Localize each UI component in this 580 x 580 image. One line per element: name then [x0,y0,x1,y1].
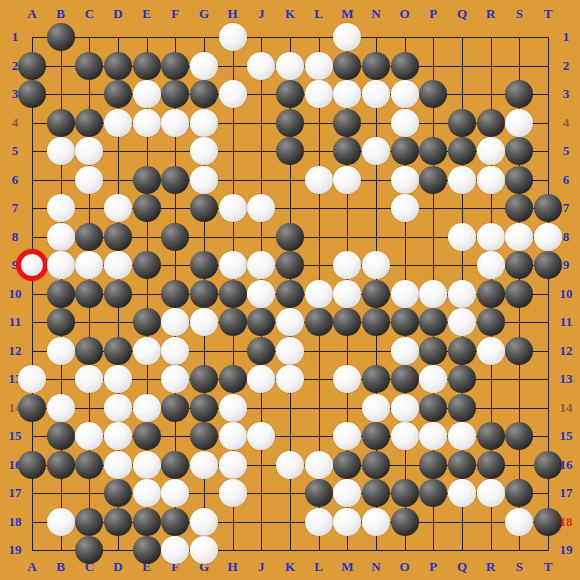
stone-white-K13[interactable] [276,365,304,393]
stone-black-N15[interactable] [362,422,390,450]
row-label-left-18: 18 [3,515,27,529]
stone-white-M6[interactable] [333,166,361,194]
stone-white-S18[interactable] [505,508,533,536]
stone-white-O15[interactable] [391,422,419,450]
col-label-top-C: C [77,7,101,21]
stone-black-O11[interactable] [391,308,419,336]
stone-white-G16[interactable] [190,451,218,479]
stone-black-B1[interactable] [47,23,75,51]
stone-white-D16[interactable] [104,451,132,479]
col-label-bottom-B: B [49,560,73,574]
stone-white-L10[interactable] [305,280,333,308]
stone-black-E15[interactable] [133,422,161,450]
stone-white-C9[interactable] [75,251,103,279]
stone-white-H9[interactable] [219,251,247,279]
stone-black-P11[interactable] [419,308,447,336]
stone-white-R5[interactable] [477,137,505,165]
stone-white-A9[interactable] [16,249,48,281]
stone-black-K10[interactable] [276,280,304,308]
stone-black-C8[interactable] [75,223,103,251]
stone-white-J13[interactable] [247,365,275,393]
stone-black-Q5[interactable] [448,137,476,165]
stone-black-F14[interactable] [161,394,189,422]
col-label-bottom-O: O [393,560,417,574]
stone-black-O5[interactable] [391,137,419,165]
stone-black-G9[interactable] [190,251,218,279]
col-label-top-K: K [278,7,302,21]
stone-black-Q4[interactable] [448,109,476,137]
stone-white-R6[interactable] [477,166,505,194]
stone-black-T16[interactable] [534,451,562,479]
row-label-right-11: 11 [554,315,578,329]
stone-white-H15[interactable] [219,422,247,450]
stone-white-S8[interactable] [505,223,533,251]
stone-black-G15[interactable] [190,422,218,450]
col-label-top-S: S [507,7,531,21]
stone-black-L11[interactable] [305,308,333,336]
stone-black-E6[interactable] [133,166,161,194]
stone-white-H16[interactable] [219,451,247,479]
stone-white-F13[interactable] [161,365,189,393]
stone-white-B7[interactable] [47,194,75,222]
row-label-right-10: 10 [554,287,578,301]
stone-black-N13[interactable] [362,365,390,393]
stone-black-M11[interactable] [333,308,361,336]
col-label-bottom-N: N [364,560,388,574]
row-label-left-11: 11 [3,315,27,329]
col-label-top-L: L [307,7,331,21]
stone-black-H13[interactable] [219,365,247,393]
stone-black-K5[interactable] [276,137,304,165]
col-label-top-N: N [364,7,388,21]
stone-white-G2[interactable] [190,52,218,80]
stone-black-R10[interactable] [477,280,505,308]
row-label-right-5: 5 [554,144,578,158]
col-label-bottom-T: T [536,560,560,574]
row-label-right-6: 6 [554,173,578,187]
stone-white-N14[interactable] [362,394,390,422]
stone-white-R9[interactable] [477,251,505,279]
stone-black-S17[interactable] [505,479,533,507]
stone-black-P16[interactable] [419,451,447,479]
stone-white-G6[interactable] [190,166,218,194]
stone-black-A16[interactable] [18,451,46,479]
row-label-right-1: 1 [554,30,578,44]
stone-white-E17[interactable] [133,479,161,507]
stone-white-J10[interactable] [247,280,275,308]
stone-white-O14[interactable] [391,394,419,422]
grid-line-h [32,550,549,551]
row-label-right-17: 17 [554,486,578,500]
stone-white-O10[interactable] [391,280,419,308]
row-label-left-17: 17 [3,486,27,500]
stone-white-M17[interactable] [333,479,361,507]
stone-white-G11[interactable] [190,308,218,336]
stone-black-C4[interactable] [75,109,103,137]
stone-black-D8[interactable] [104,223,132,251]
stone-white-Q6[interactable] [448,166,476,194]
stone-white-F11[interactable] [161,308,189,336]
row-label-left-15: 15 [3,429,27,443]
stone-black-O17[interactable] [391,479,419,507]
stone-white-M18[interactable] [333,508,361,536]
stone-black-F10[interactable] [161,280,189,308]
stone-black-O13[interactable] [391,365,419,393]
stone-white-K2[interactable] [276,52,304,80]
stone-white-H7[interactable] [219,194,247,222]
stone-white-S4[interactable] [505,109,533,137]
stone-black-M5[interactable] [333,137,361,165]
stone-white-L2[interactable] [305,52,333,80]
stone-white-J2[interactable] [247,52,275,80]
row-label-left-10: 10 [3,287,27,301]
stone-black-F8[interactable] [161,223,189,251]
col-label-bottom-D: D [106,560,130,574]
stone-white-F17[interactable] [161,479,189,507]
stone-black-D10[interactable] [104,280,132,308]
stone-white-M9[interactable] [333,251,361,279]
stone-black-F18[interactable] [161,508,189,536]
stone-white-J15[interactable] [247,422,275,450]
col-label-top-O: O [393,7,417,21]
stone-black-C10[interactable] [75,280,103,308]
stone-black-K9[interactable] [276,251,304,279]
stone-white-B18[interactable] [47,508,75,536]
stone-black-Q12[interactable] [448,337,476,365]
row-label-left-4: 4 [3,116,27,130]
row-label-left-19: 19 [3,543,27,557]
stone-black-H11[interactable] [219,308,247,336]
stone-black-B15[interactable] [47,422,75,450]
stone-white-B8[interactable] [47,223,75,251]
stone-white-R8[interactable] [477,223,505,251]
stone-white-N5[interactable] [362,137,390,165]
stone-black-F6[interactable] [161,166,189,194]
col-label-top-E: E [135,7,159,21]
col-label-bottom-Q: Q [450,560,474,574]
stone-black-S6[interactable] [505,166,533,194]
stone-white-E4[interactable] [133,109,161,137]
col-label-bottom-J: J [249,560,273,574]
col-label-top-J: J [249,7,273,21]
stone-white-B9[interactable] [47,251,75,279]
row-label-right-19: 19 [554,543,578,557]
stone-black-C16[interactable] [75,451,103,479]
stone-white-L6[interactable] [305,166,333,194]
stone-black-K4[interactable] [276,109,304,137]
stone-white-Q15[interactable] [448,422,476,450]
stone-white-O12[interactable] [391,337,419,365]
stone-white-E3[interactable] [133,80,161,108]
stone-black-B11[interactable] [47,308,75,336]
col-label-top-R: R [479,7,503,21]
stone-black-B10[interactable] [47,280,75,308]
stone-white-D13[interactable] [104,365,132,393]
col-label-bottom-R: R [479,560,503,574]
stone-black-S9[interactable] [505,251,533,279]
stone-black-L17[interactable] [305,479,333,507]
stone-black-R16[interactable] [477,451,505,479]
stone-black-M2[interactable] [333,52,361,80]
stone-black-T18[interactable] [534,508,562,536]
stone-black-C12[interactable] [75,337,103,365]
stone-black-S3[interactable] [505,80,533,108]
stone-white-E14[interactable] [133,394,161,422]
row-label-right-14: 14 [554,401,578,415]
stone-white-E16[interactable] [133,451,161,479]
stone-black-G7[interactable] [190,194,218,222]
stone-black-M16[interactable] [333,451,361,479]
stone-black-T9[interactable] [534,251,562,279]
stone-black-E18[interactable] [133,508,161,536]
stone-black-P6[interactable] [419,166,447,194]
stone-black-N16[interactable] [362,451,390,479]
col-label-bottom-H: H [221,560,245,574]
col-label-bottom-L: L [307,560,331,574]
stone-white-Q8[interactable] [448,223,476,251]
row-label-left-12: 12 [3,344,27,358]
stone-black-D12[interactable] [104,337,132,365]
stone-white-C15[interactable] [75,422,103,450]
stone-white-B5[interactable] [47,137,75,165]
stone-black-N11[interactable] [362,308,390,336]
stone-white-J9[interactable] [247,251,275,279]
stone-white-P15[interactable] [419,422,447,450]
go-board-screenshot: ABCDEFGHJKLMNOPQRST ABCDEFGHJKLMNOPQRST … [0,0,580,580]
stone-black-S15[interactable] [505,422,533,450]
stone-white-F4[interactable] [161,109,189,137]
stone-black-G13[interactable] [190,365,218,393]
stone-black-F16[interactable] [161,451,189,479]
stone-black-R4[interactable] [477,109,505,137]
col-label-bottom-M: M [335,560,359,574]
stone-black-K8[interactable] [276,223,304,251]
stone-white-Q17[interactable] [448,479,476,507]
stone-white-O7[interactable] [391,194,419,222]
stone-white-M10[interactable] [333,280,361,308]
stone-black-D3[interactable] [104,80,132,108]
row-label-left-7: 7 [3,201,27,215]
col-label-top-F: F [163,7,187,21]
stone-black-A14[interactable] [18,394,46,422]
stone-white-H17[interactable] [219,479,247,507]
stone-white-D9[interactable] [104,251,132,279]
stone-white-K16[interactable] [276,451,304,479]
stone-black-R15[interactable] [477,422,505,450]
col-label-top-A: A [20,7,44,21]
stone-black-G10[interactable] [190,280,218,308]
stone-black-J12[interactable] [247,337,275,365]
col-label-top-M: M [335,7,359,21]
stone-white-C5[interactable] [75,137,103,165]
stone-black-P14[interactable] [419,394,447,422]
stone-white-N9[interactable] [362,251,390,279]
stone-white-M15[interactable] [333,422,361,450]
stone-white-N18[interactable] [362,508,390,536]
stone-black-E7[interactable] [133,194,161,222]
stone-white-L3[interactable] [305,80,333,108]
col-label-top-Q: Q [450,7,474,21]
row-label-right-3: 3 [554,87,578,101]
stone-white-L16[interactable] [305,451,333,479]
stone-white-B12[interactable] [47,337,75,365]
stone-white-M13[interactable] [333,365,361,393]
stone-white-O6[interactable] [391,166,419,194]
row-label-right-13: 13 [554,372,578,386]
stone-black-P17[interactable] [419,479,447,507]
stone-white-P10[interactable] [419,280,447,308]
stone-black-O18[interactable] [391,508,419,536]
stone-black-O2[interactable] [391,52,419,80]
stone-white-K11[interactable] [276,308,304,336]
stone-white-K12[interactable] [276,337,304,365]
stone-black-F2[interactable] [161,52,189,80]
stone-black-M4[interactable] [333,109,361,137]
stone-white-M1[interactable] [333,23,361,51]
stone-white-H3[interactable] [219,80,247,108]
row-label-left-5: 5 [3,144,27,158]
stone-black-C2[interactable] [75,52,103,80]
stone-black-Q14[interactable] [448,394,476,422]
row-label-left-1: 1 [3,30,27,44]
stone-white-N3[interactable] [362,80,390,108]
row-label-left-8: 8 [3,230,27,244]
stone-black-K3[interactable] [276,80,304,108]
col-label-bottom-P: P [421,560,445,574]
stone-white-G19[interactable] [190,536,218,564]
stone-white-G5[interactable] [190,137,218,165]
stone-black-E19[interactable] [133,536,161,564]
stone-white-M3[interactable] [333,80,361,108]
stone-white-T8[interactable] [534,223,562,251]
stone-white-O4[interactable] [391,109,419,137]
stone-black-S5[interactable] [505,137,533,165]
row-label-left-6: 6 [3,173,27,187]
stone-black-S12[interactable] [505,337,533,365]
stone-black-S7[interactable] [505,194,533,222]
stone-black-G3[interactable] [190,80,218,108]
stone-black-D18[interactable] [104,508,132,536]
stone-white-H14[interactable] [219,394,247,422]
stone-white-G18[interactable] [190,508,218,536]
row-label-right-12: 12 [554,344,578,358]
stone-black-D2[interactable] [104,52,132,80]
stone-black-G14[interactable] [190,394,218,422]
row-label-right-4: 4 [554,116,578,130]
stone-black-E9[interactable] [133,251,161,279]
stone-white-R17[interactable] [477,479,505,507]
stone-black-H10[interactable] [219,280,247,308]
stone-white-E12[interactable] [133,337,161,365]
stone-black-C18[interactable] [75,508,103,536]
stone-white-Q11[interactable] [448,308,476,336]
stone-black-P12[interactable] [419,337,447,365]
stone-white-C6[interactable] [75,166,103,194]
stone-black-P3[interactable] [419,80,447,108]
stone-white-F12[interactable] [161,337,189,365]
stone-black-N17[interactable] [362,479,390,507]
col-label-top-P: P [421,7,445,21]
stone-black-N10[interactable] [362,280,390,308]
stone-white-H1[interactable] [219,23,247,51]
stone-black-A3[interactable] [18,80,46,108]
col-label-bottom-K: K [278,560,302,574]
stone-black-D17[interactable] [104,479,132,507]
stone-black-S10[interactable] [505,280,533,308]
stone-black-Q13[interactable] [448,365,476,393]
stone-white-G4[interactable] [190,109,218,137]
row-label-right-15: 15 [554,429,578,443]
stone-white-R12[interactable] [477,337,505,365]
col-label-top-T: T [536,7,560,21]
stone-black-P5[interactable] [419,137,447,165]
stone-white-A13[interactable] [18,365,46,393]
col-label-top-B: B [49,7,73,21]
col-label-top-D: D [106,7,130,21]
stone-white-D4[interactable] [104,109,132,137]
stone-white-B14[interactable] [47,394,75,422]
col-label-top-G: G [192,7,216,21]
stone-black-J11[interactable] [247,308,275,336]
stone-black-B16[interactable] [47,451,75,479]
stone-black-T7[interactable] [534,194,562,222]
stone-white-O3[interactable] [391,80,419,108]
stone-black-R11[interactable] [477,308,505,336]
stone-white-D7[interactable] [104,194,132,222]
stone-white-D14[interactable] [104,394,132,422]
col-label-top-H: H [221,7,245,21]
row-label-right-2: 2 [554,59,578,73]
stone-white-Q10[interactable] [448,280,476,308]
stone-black-Q16[interactable] [448,451,476,479]
stone-white-P13[interactable] [419,365,447,393]
stone-white-D15[interactable] [104,422,132,450]
col-label-bottom-A: A [20,560,44,574]
stone-black-E11[interactable] [133,308,161,336]
col-label-bottom-S: S [507,560,531,574]
stone-white-C13[interactable] [75,365,103,393]
stone-white-J7[interactable] [247,194,275,222]
stone-black-E2[interactable] [133,52,161,80]
stone-black-F3[interactable] [161,80,189,108]
stone-white-L18[interactable] [305,508,333,536]
stone-black-A2[interactable] [18,52,46,80]
stone-black-N2[interactable] [362,52,390,80]
stone-black-B4[interactable] [47,109,75,137]
